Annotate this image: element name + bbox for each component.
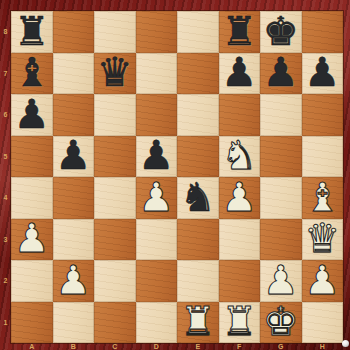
square-e7[interactable] xyxy=(177,53,219,95)
chess-board: ♜♜♚♝♛♟♟♟♟♟♟♞♟♞♟♝♟♛♟♟♟♜♜♚ xyxy=(11,11,343,343)
square-f7[interactable]: ♟ xyxy=(219,53,261,95)
rank-label-7: 7 xyxy=(0,53,11,95)
square-f8[interactable]: ♜ xyxy=(219,11,261,53)
square-c2[interactable] xyxy=(94,260,136,302)
square-h4[interactable]: ♝ xyxy=(302,177,344,219)
white-to-move-indicator-dot xyxy=(342,340,349,347)
square-f3[interactable] xyxy=(219,219,261,261)
square-c1[interactable] xyxy=(94,302,136,344)
square-h2[interactable]: ♟ xyxy=(302,260,344,302)
square-b2[interactable]: ♟ xyxy=(53,260,95,302)
square-c4[interactable] xyxy=(94,177,136,219)
white-pawn[interactable]: ♟ xyxy=(221,177,257,217)
rank-labels: 87654321 xyxy=(0,11,11,343)
square-e3[interactable] xyxy=(177,219,219,261)
black-rook[interactable]: ♜ xyxy=(221,11,257,51)
file-labels: ABCDEFGH xyxy=(11,342,343,350)
square-e6[interactable] xyxy=(177,94,219,136)
square-d7[interactable] xyxy=(136,53,178,95)
rank-label-4: 4 xyxy=(0,177,11,219)
square-a6[interactable]: ♟ xyxy=(11,94,53,136)
square-a7[interactable]: ♝ xyxy=(11,53,53,95)
square-h3[interactable]: ♛ xyxy=(302,219,344,261)
file-label-h: H xyxy=(302,342,344,350)
square-g6[interactable] xyxy=(260,94,302,136)
rank-label-1: 1 xyxy=(0,302,11,344)
file-label-f: F xyxy=(219,342,261,350)
rank-label-8: 8 xyxy=(0,11,11,53)
square-a2[interactable] xyxy=(11,260,53,302)
black-king[interactable]: ♚ xyxy=(263,11,299,51)
square-h1[interactable] xyxy=(302,302,344,344)
square-b8[interactable] xyxy=(53,11,95,53)
square-d4[interactable]: ♟ xyxy=(136,177,178,219)
square-b3[interactable] xyxy=(53,219,95,261)
white-king[interactable]: ♚ xyxy=(263,301,299,341)
black-pawn[interactable]: ♟ xyxy=(14,94,50,134)
square-c6[interactable] xyxy=(94,94,136,136)
square-e2[interactable] xyxy=(177,260,219,302)
square-f4[interactable]: ♟ xyxy=(219,177,261,219)
square-d5[interactable]: ♟ xyxy=(136,136,178,178)
black-queen[interactable]: ♛ xyxy=(97,52,133,92)
square-c8[interactable] xyxy=(94,11,136,53)
square-h7[interactable]: ♟ xyxy=(302,53,344,95)
square-b4[interactable] xyxy=(53,177,95,219)
square-h8[interactable] xyxy=(302,11,344,53)
square-d1[interactable] xyxy=(136,302,178,344)
white-knight[interactable]: ♞ xyxy=(221,135,257,175)
white-pawn[interactable]: ♟ xyxy=(304,260,340,300)
black-knight[interactable]: ♞ xyxy=(180,177,216,217)
square-f5[interactable]: ♞ xyxy=(219,136,261,178)
square-h6[interactable] xyxy=(302,94,344,136)
square-e8[interactable] xyxy=(177,11,219,53)
square-g8[interactable]: ♚ xyxy=(260,11,302,53)
white-rook[interactable]: ♜ xyxy=(221,301,257,341)
square-c7[interactable]: ♛ xyxy=(94,53,136,95)
white-pawn[interactable]: ♟ xyxy=(263,260,299,300)
square-f1[interactable]: ♜ xyxy=(219,302,261,344)
square-d3[interactable] xyxy=(136,219,178,261)
square-d2[interactable] xyxy=(136,260,178,302)
square-d6[interactable] xyxy=(136,94,178,136)
black-pawn[interactable]: ♟ xyxy=(304,52,340,92)
square-b1[interactable] xyxy=(53,302,95,344)
square-g4[interactable] xyxy=(260,177,302,219)
square-b6[interactable] xyxy=(53,94,95,136)
square-a1[interactable] xyxy=(11,302,53,344)
square-f2[interactable] xyxy=(219,260,261,302)
square-a8[interactable]: ♜ xyxy=(11,11,53,53)
square-c5[interactable] xyxy=(94,136,136,178)
black-pawn[interactable]: ♟ xyxy=(55,135,91,175)
square-e4[interactable]: ♞ xyxy=(177,177,219,219)
square-e5[interactable] xyxy=(177,136,219,178)
square-b5[interactable]: ♟ xyxy=(53,136,95,178)
square-a3[interactable]: ♟ xyxy=(11,219,53,261)
rank-label-6: 6 xyxy=(0,94,11,136)
square-g3[interactable] xyxy=(260,219,302,261)
square-g2[interactable]: ♟ xyxy=(260,260,302,302)
file-label-d: D xyxy=(136,342,178,350)
file-label-a: A xyxy=(11,342,53,350)
square-e1[interactable]: ♜ xyxy=(177,302,219,344)
square-h5[interactable] xyxy=(302,136,344,178)
file-label-e: E xyxy=(177,342,219,350)
square-a4[interactable] xyxy=(11,177,53,219)
square-b7[interactable] xyxy=(53,53,95,95)
file-label-g: G xyxy=(260,342,302,350)
rank-label-2: 2 xyxy=(0,260,11,302)
square-g7[interactable]: ♟ xyxy=(260,53,302,95)
square-g5[interactable] xyxy=(260,136,302,178)
black-pawn[interactable]: ♟ xyxy=(138,135,174,175)
file-label-b: B xyxy=(53,342,95,350)
square-g1[interactable]: ♚ xyxy=(260,302,302,344)
white-rook[interactable]: ♜ xyxy=(180,301,216,341)
white-queen[interactable]: ♛ xyxy=(304,218,340,258)
square-c3[interactable] xyxy=(94,219,136,261)
rank-label-3: 3 xyxy=(0,219,11,261)
white-pawn[interactable]: ♟ xyxy=(55,260,91,300)
white-bishop[interactable]: ♝ xyxy=(304,177,340,217)
black-bishop[interactable]: ♝ xyxy=(14,52,50,92)
file-label-c: C xyxy=(94,342,136,350)
white-pawn[interactable]: ♟ xyxy=(138,177,174,217)
square-a5[interactable] xyxy=(11,136,53,178)
white-pawn[interactable]: ♟ xyxy=(14,218,50,258)
chess-board-frame: ♜♜♚♝♛♟♟♟♟♟♟♞♟♞♟♝♟♛♟♟♟♜♜♚ 87654321 ABCDEF… xyxy=(0,0,350,350)
square-f6[interactable] xyxy=(219,94,261,136)
black-pawn[interactable]: ♟ xyxy=(221,52,257,92)
square-d8[interactable] xyxy=(136,11,178,53)
black-rook[interactable]: ♜ xyxy=(14,11,50,51)
black-pawn[interactable]: ♟ xyxy=(263,52,299,92)
rank-label-5: 5 xyxy=(0,136,11,178)
